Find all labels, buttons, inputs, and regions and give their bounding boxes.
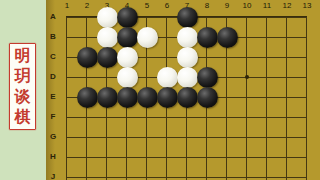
go-board: 12345678910111213ABCDEFGHJ <box>46 0 320 180</box>
white-stone-B5 <box>137 27 158 48</box>
black-stone-E4 <box>117 87 138 108</box>
col-label-9: 9 <box>217 1 237 11</box>
row-label-E: E <box>46 92 60 102</box>
row-label-D: D <box>46 72 60 82</box>
white-stone-B3 <box>97 27 118 48</box>
col-label-11: 11 <box>257 1 277 11</box>
white-stone-D4 <box>117 67 138 88</box>
row-label-A: A <box>46 12 60 22</box>
channel-char-4: 棋 <box>15 108 31 126</box>
black-stone-A7 <box>177 7 198 28</box>
black-stone-B4 <box>117 27 138 48</box>
white-stone-A3 <box>97 7 118 28</box>
black-stone-C3 <box>97 47 118 68</box>
row-label-J: J <box>46 172 60 180</box>
col-label-12: 12 <box>277 1 297 11</box>
star-point <box>245 75 249 79</box>
col-label-6: 6 <box>157 1 177 11</box>
white-stone-C4 <box>117 47 138 68</box>
white-stone-B7 <box>177 27 198 48</box>
row-label-C: C <box>46 52 60 62</box>
white-stone-D6 <box>157 67 178 88</box>
black-stone-A4 <box>117 7 138 28</box>
col-label-10: 10 <box>237 1 257 11</box>
black-stone-E2 <box>77 87 98 108</box>
col-label-1: 1 <box>57 1 77 11</box>
video-frame: 明 玥 谈 棋 12345678910111213ABCDEFGHJ <box>0 0 320 180</box>
col-label-5: 5 <box>137 1 157 11</box>
channel-char-2: 玥 <box>15 67 31 85</box>
white-stone-C7 <box>177 47 198 68</box>
row-label-G: G <box>46 132 60 142</box>
black-stone-C2 <box>77 47 98 68</box>
col-label-2: 2 <box>77 1 97 11</box>
channel-char-3: 谈 <box>15 88 31 106</box>
black-stone-E5 <box>137 87 158 108</box>
white-stone-D7 <box>177 67 198 88</box>
black-stone-E6 <box>157 87 178 108</box>
channel-char-1: 明 <box>15 47 31 65</box>
row-label-H: H <box>46 152 60 162</box>
black-stone-E7 <box>177 87 198 108</box>
channel-name-card: 明 玥 谈 棋 <box>9 43 36 130</box>
black-stone-E8 <box>197 87 218 108</box>
row-label-F: F <box>46 112 60 122</box>
row-label-B: B <box>46 32 60 42</box>
col-label-13: 13 <box>297 1 317 11</box>
black-stone-D8 <box>197 67 218 88</box>
black-stone-E3 <box>97 87 118 108</box>
black-stone-B9 <box>217 27 238 48</box>
black-stone-B8 <box>197 27 218 48</box>
col-label-8: 8 <box>197 1 217 11</box>
